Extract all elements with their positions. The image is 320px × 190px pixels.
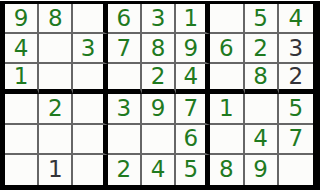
cell-r1c2[interactable]: 8	[39, 4, 73, 34]
cell-r4c3[interactable]	[73, 94, 107, 124]
cell-r4c4[interactable]: 3	[108, 94, 142, 124]
cell-r5c9[interactable]: 7	[279, 125, 313, 155]
cell-r4c9[interactable]: 5	[279, 94, 313, 124]
cell-r1c8[interactable]: 5	[245, 4, 279, 34]
cell-r6c6[interactable]: 5	[176, 155, 210, 185]
sudoku-grid: 98631544378962312482239715647124589	[5, 4, 313, 185]
cell-r1c4[interactable]: 6	[108, 4, 142, 34]
cell-r4c8[interactable]	[245, 94, 279, 124]
cell-r3c6[interactable]: 4	[176, 64, 210, 94]
cell-r2c5[interactable]: 8	[142, 34, 176, 64]
cell-r2c9[interactable]: 3	[279, 34, 313, 64]
cell-r6c2[interactable]: 1	[39, 155, 73, 185]
cell-r6c5[interactable]: 4	[142, 155, 176, 185]
cell-r4c7[interactable]: 1	[210, 94, 244, 124]
cell-r1c7[interactable]	[210, 4, 244, 34]
cell-r2c4[interactable]: 7	[108, 34, 142, 64]
cell-r1c1[interactable]: 9	[5, 4, 39, 34]
cell-r5c8[interactable]: 4	[245, 125, 279, 155]
cell-r2c3[interactable]: 3	[73, 34, 107, 64]
cell-r4c5[interactable]: 9	[142, 94, 176, 124]
cell-r3c2[interactable]	[39, 64, 73, 94]
cell-r5c5[interactable]	[142, 125, 176, 155]
cell-r2c2[interactable]	[39, 34, 73, 64]
cell-r3c9[interactable]: 2	[279, 64, 313, 94]
cell-r5c2[interactable]	[39, 125, 73, 155]
cell-r3c3[interactable]	[73, 64, 107, 94]
cell-r2c1[interactable]: 4	[5, 34, 39, 64]
cell-r3c8[interactable]: 8	[245, 64, 279, 94]
cell-r1c6[interactable]: 1	[176, 4, 210, 34]
cell-r3c1[interactable]: 1	[5, 64, 39, 94]
cell-r3c7[interactable]	[210, 64, 244, 94]
cell-r4c2[interactable]: 2	[39, 94, 73, 124]
cell-r6c9[interactable]	[279, 155, 313, 185]
cell-r2c6[interactable]: 9	[176, 34, 210, 64]
cell-r2c8[interactable]: 2	[245, 34, 279, 64]
cell-r6c4[interactable]: 2	[108, 155, 142, 185]
cell-r6c1[interactable]	[5, 155, 39, 185]
cell-r4c6[interactable]: 7	[176, 94, 210, 124]
sudoku-board: 98631544378962312482239715647124589	[0, 1, 320, 190]
cell-r1c3[interactable]	[73, 4, 107, 34]
cell-r5c4[interactable]	[108, 125, 142, 155]
cell-r5c7[interactable]	[210, 125, 244, 155]
cell-r1c5[interactable]: 3	[142, 4, 176, 34]
cell-r3c5[interactable]: 2	[142, 64, 176, 94]
cell-r6c3[interactable]	[73, 155, 107, 185]
cell-r5c6[interactable]: 6	[176, 125, 210, 155]
cell-r4c1[interactable]	[5, 94, 39, 124]
cell-r5c1[interactable]	[5, 125, 39, 155]
cell-r1c9[interactable]: 4	[279, 4, 313, 34]
cell-r2c7[interactable]: 6	[210, 34, 244, 64]
cell-r5c3[interactable]	[73, 125, 107, 155]
cell-r6c7[interactable]: 8	[210, 155, 244, 185]
cell-r3c4[interactable]	[108, 64, 142, 94]
cell-r6c8[interactable]: 9	[245, 155, 279, 185]
